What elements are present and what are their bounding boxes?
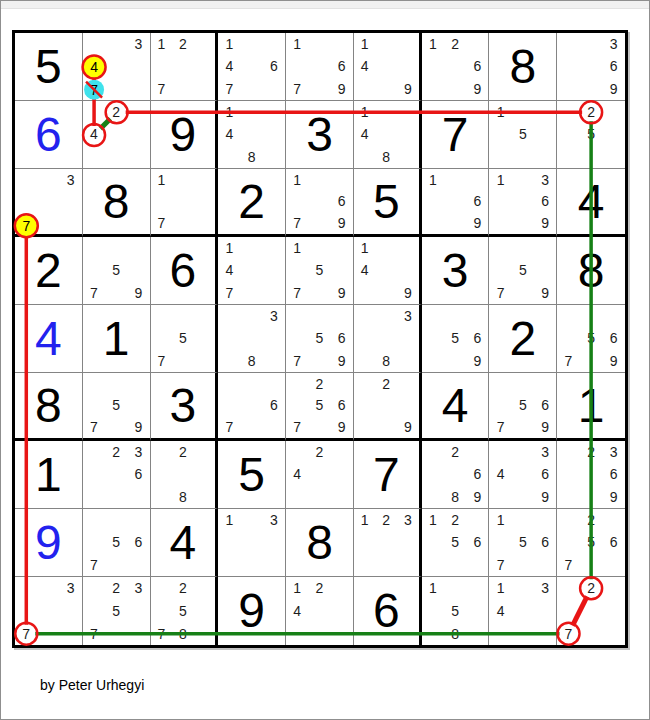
cell-r8c8[interactable]: 1567 [489,509,557,577]
candidate-empty [194,350,216,372]
candidate-empty [241,509,263,531]
cell-r2c6[interactable]: 148 [354,101,422,169]
candidate-grid: 24 [286,441,353,508]
candidate-empty [83,101,105,123]
cell-r3c4[interactable]: 2 [218,169,286,237]
candidate-grid: 37 [15,577,82,645]
cell-r9c7[interactable]: 158 [422,577,490,645]
candidate-empty [602,305,625,327]
candidate-empty [263,350,285,372]
cell-r6c2[interactable]: 579 [83,373,151,441]
candidate-empty [105,237,127,259]
candidate-empty [354,78,376,100]
cell-r6c4[interactable]: 67 [218,373,286,441]
candidate-4: 4 [354,259,376,281]
candidate-empty [422,350,444,372]
cell-r8c7[interactable]: 1256 [422,509,490,577]
candidate-empty [331,33,353,55]
candidate-empty [466,577,488,600]
given-digit: 7 [373,451,400,499]
candidate-empty [489,395,511,417]
cell-r8c9[interactable]: 2567 [557,509,625,577]
candidate-5: 5 [105,395,127,417]
candidate-3: 3 [534,577,556,600]
cell-r8c5[interactable]: 8 [286,509,354,577]
candidate-empty [263,327,285,349]
candidate-empty [194,486,216,508]
candidate-6: 6 [466,463,488,485]
candidate-1: 1 [218,33,240,55]
candidate-7: 7 [489,282,511,304]
candidate-empty [466,622,488,645]
candidate-empty [263,146,285,168]
candidate-1: 1 [489,169,511,191]
cell-r6c3[interactable]: 3 [151,373,219,441]
candidate-7: 7 [15,212,37,234]
candidate-empty [331,373,353,395]
candidate-empty [580,622,603,645]
candidate-empty [105,146,127,168]
given-digit: 7 [442,111,469,159]
candidate-grid: 24 [83,101,150,168]
cell-r8c1[interactable]: 9 [15,509,83,577]
cell-r2c9[interactable]: 25 [557,101,625,169]
candidate-9: 9 [534,416,556,438]
cell-r5c9[interactable]: 5679 [557,305,625,373]
candidate-empty [263,554,285,576]
cell-r9c9[interactable]: 27 [557,577,625,645]
candidate-empty [512,486,534,508]
candidate-grid: 17 [151,169,216,234]
candidate-5: 5 [512,531,534,553]
candidate-empty [105,509,127,531]
candidate-grid: 579 [83,237,150,304]
candidate-empty [557,509,580,531]
cell-r4c5[interactable]: 1579 [286,237,354,305]
candidate-2: 2 [580,441,603,463]
candidate-empty [512,622,534,645]
candidate-empty [263,373,285,395]
candidate-empty [375,531,397,553]
candidate-empty [308,191,330,213]
candidate-empty [263,78,285,100]
candidate-empty [105,416,127,438]
candidate-9: 9 [602,78,625,100]
cell-r6c5[interactable]: 25679 [286,373,354,441]
cell-r4c1[interactable]: 2 [15,237,83,305]
candidate-grid: 124 [286,577,353,645]
cell-r8c3[interactable]: 4 [151,509,219,577]
cell-r8c6[interactable]: 123 [354,509,422,577]
candidate-empty [308,33,330,55]
candidate-empty [172,212,194,234]
solved-digit: 9 [35,519,62,567]
candidate-6: 6 [127,531,149,553]
cell-r2c4[interactable]: 148 [218,101,286,169]
candidate-7: 7 [286,282,308,304]
candidate-7: 7 [218,78,240,100]
candidate-empty [489,441,511,463]
candidate-grid: 38 [218,305,285,372]
candidate-empty [534,101,556,123]
candidate-empty [512,282,534,304]
candidate-4: 4 [489,600,511,623]
cell-r4c8[interactable]: 579 [489,237,557,305]
candidate-3: 3 [397,305,419,327]
candidate-grid: 1567 [489,509,556,576]
given-digit: 5 [238,451,265,499]
candidate-5: 5 [444,531,466,553]
candidate-empty [127,259,149,281]
candidate-empty [331,237,353,259]
candidate-empty [444,305,466,327]
cell-r5c4[interactable]: 38 [218,305,286,373]
cell-r6c1[interactable]: 8 [15,373,83,441]
candidate-empty [172,55,194,77]
cell-r7c7[interactable]: 2689 [422,441,490,509]
candidate-empty [422,486,444,508]
cell-r1c2[interactable]: 347 [83,33,151,101]
candidate-empty [151,577,173,600]
cell-r3c9[interactable]: 4 [557,169,625,237]
candidate-empty [286,55,308,77]
candidate-empty [602,554,625,576]
cell-r3c1[interactable]: 37 [15,169,83,237]
candidate-6: 6 [534,463,556,485]
candidate-empty [602,146,625,168]
candidate-empty [375,55,397,77]
candidate-empty [512,577,534,600]
candidate-8: 8 [375,146,397,168]
candidate-empty [263,282,285,304]
candidate-empty [105,123,127,145]
cell-r7c9[interactable]: 2369 [557,441,625,509]
candidate-empty [534,622,556,645]
candidate-grid: 148 [218,101,285,168]
candidate-grid: 5679 [557,305,625,372]
candidate-grid: 148 [354,101,419,168]
candidate-empty [354,327,376,349]
candidate-empty [557,123,580,145]
cell-r1c8[interactable]: 8 [489,33,557,101]
candidate-grid: 1679 [286,169,353,234]
candidate-6: 6 [602,55,625,77]
cell-r2c7[interactable]: 7 [422,101,490,169]
candidate-empty [397,554,419,576]
candidate-3: 3 [60,577,82,600]
candidate-3: 3 [602,441,625,463]
candidate-empty [127,554,149,576]
candidate-5: 5 [105,259,127,281]
candidate-empty [375,78,397,100]
candidate-grid: 2578 [151,577,216,645]
cell-r6c7[interactable]: 4 [422,373,490,441]
candidate-empty [37,600,59,623]
candidate-empty [218,146,240,168]
given-digit: 8 [578,247,605,295]
candidate-6: 6 [602,531,625,553]
candidate-empty [15,169,37,191]
candidate-empty [263,259,285,281]
given-digit: 9 [170,111,197,159]
candidate-empty [83,33,105,55]
cell-r7c6[interactable]: 7 [354,441,422,509]
cell-r3c8[interactable]: 1369 [489,169,557,237]
candidate-5: 5 [308,259,330,281]
candidate-empty [534,146,556,168]
candidate-3: 3 [397,509,419,531]
candidate-empty [422,305,444,327]
candidate-empty [397,123,419,145]
cell-r5c5[interactable]: 5679 [286,305,354,373]
cell-r9c3[interactable]: 2578 [151,577,219,645]
candidate-grid: 2369 [557,441,625,508]
candidate-2: 2 [580,577,603,600]
cell-r1c1[interactable]: 5 [15,33,83,101]
candidate-6: 6 [331,395,353,417]
candidate-empty [354,373,376,395]
cell-r4c2[interactable]: 579 [83,237,151,305]
candidate-empty [534,259,556,281]
candidate-empty [241,282,263,304]
candidate-empty [580,486,603,508]
candidate-8: 8 [444,622,466,645]
candidate-4: 4 [354,123,376,145]
candidate-empty [151,441,173,463]
candidate-1: 1 [354,509,376,531]
candidate-3: 3 [127,441,149,463]
candidate-empty [127,600,149,623]
candidate-empty [557,577,580,600]
cell-r8c2[interactable]: 567 [83,509,151,577]
candidate-2: 2 [105,441,127,463]
candidate-7: 7 [489,554,511,576]
candidate-grid: 1269 [422,33,489,100]
candidate-9: 9 [331,416,353,438]
candidate-empty [127,101,149,123]
candidate-empty [489,259,511,281]
cell-r4c3[interactable]: 6 [151,237,219,305]
candidate-empty [375,395,397,417]
candidate-2: 2 [105,577,127,600]
cell-r7c3[interactable]: 28 [151,441,219,509]
candidate-7: 7 [286,78,308,100]
cell-r4c6[interactable]: 149 [354,237,422,305]
candidate-5: 5 [512,123,534,145]
candidate-empty [466,169,488,191]
candidate-grid: 3469 [489,441,556,508]
candidate-empty [580,146,603,168]
candidate-7: 7 [557,622,580,645]
candidate-empty [331,622,353,645]
cell-r4c7[interactable]: 3 [422,237,490,305]
candidate-2: 2 [444,509,466,531]
candidate-empty [512,600,534,623]
candidate-grid: 37 [15,169,82,234]
cell-r5c1[interactable]: 4 [15,305,83,373]
candidate-empty [397,373,419,395]
candidate-empty [466,509,488,531]
candidate-empty [83,441,105,463]
candidate-empty [354,395,376,417]
given-digit: 6 [170,247,197,295]
candidate-5: 5 [580,123,603,145]
cell-r5c8[interactable]: 2 [489,305,557,373]
cell-r6c9[interactable]: 1 [557,373,625,441]
candidate-empty [580,463,603,485]
given-digit: 1 [35,451,62,499]
candidate-grid: 123 [354,509,419,576]
cell-r9c2[interactable]: 2357 [83,577,151,645]
candidate-empty [194,622,216,645]
candidate-empty [422,78,444,100]
candidate-5: 5 [308,327,330,349]
cell-r7c8[interactable]: 3469 [489,441,557,509]
candidate-5: 5 [444,600,466,623]
candidate-grid: 569 [422,305,489,372]
candidate-6: 6 [466,327,488,349]
cell-r9c1[interactable]: 37 [15,577,83,645]
candidate-7: 7 [557,554,580,576]
candidate-grid: 25 [557,101,625,168]
cell-r1c9[interactable]: 369 [557,33,625,101]
candidate-empty [422,554,444,576]
solved-digit: 6 [35,111,62,159]
cell-r2c5[interactable]: 3 [286,101,354,169]
candidate-empty [331,600,353,623]
candidate-2: 2 [444,33,466,55]
candidate-empty [37,577,59,600]
candidate-grid: 127 [151,33,216,100]
candidate-empty [194,305,216,327]
candidate-3: 3 [127,33,149,55]
candidate-8: 8 [241,350,263,372]
candidate-empty [194,78,216,100]
cell-r3c7[interactable]: 169 [422,169,490,237]
candidate-6: 6 [466,191,488,213]
cell-r7c5[interactable]: 24 [286,441,354,509]
cell-r3c2[interactable]: 8 [83,169,151,237]
cell-r9c4[interactable]: 9 [218,577,286,645]
cell-r8c4[interactable]: 13 [218,509,286,577]
candidate-1: 1 [354,33,376,55]
cell-r1c4[interactable]: 1467 [218,33,286,101]
candidate-3: 3 [127,577,149,600]
candidate-empty [602,577,625,600]
candidate-7: 7 [83,416,105,438]
candidate-empty [397,350,419,372]
candidate-6: 6 [331,55,353,77]
candidate-grid: 1579 [286,237,353,304]
top-bar [1,1,649,9]
candidate-empty [218,395,240,417]
candidate-empty [489,531,511,553]
cell-r5c7[interactable]: 569 [422,305,490,373]
cell-r3c6[interactable]: 5 [354,169,422,237]
candidate-empty [83,373,105,395]
candidate-3: 3 [602,33,625,55]
candidate-empty [308,305,330,327]
candidate-9: 9 [331,212,353,234]
candidate-6: 6 [534,395,556,417]
cell-r4c9[interactable]: 8 [557,237,625,305]
cell-r2c3[interactable]: 9 [151,101,219,169]
sudoku-grid: 5347127146716791491269836962491483148715… [12,30,628,648]
candidate-5: 5 [308,395,330,417]
cell-r5c3[interactable]: 57 [151,305,219,373]
candidate-empty [489,237,511,259]
candidate-1: 1 [218,509,240,531]
candidate-empty [263,33,285,55]
cell-r2c8[interactable]: 15 [489,101,557,169]
cell-r9c5[interactable]: 124 [286,577,354,645]
candidate-empty [331,486,353,508]
cell-r2c2[interactable]: 24 [83,101,151,169]
candidate-empty [602,600,625,623]
candidate-empty [241,123,263,145]
candidate-7: 7 [151,350,173,372]
cell-r3c3[interactable]: 17 [151,169,219,237]
cell-r2c1[interactable]: 6 [15,101,83,169]
candidate-7: 7 [15,622,37,645]
candidate-7: 7 [557,350,580,372]
cell-r9c8[interactable]: 134 [489,577,557,645]
candidate-empty [218,305,240,327]
cell-r5c6[interactable]: 38 [354,305,422,373]
candidate-empty [83,577,105,600]
candidate-grid: 38 [354,305,419,372]
candidate-empty [444,554,466,576]
candidate-empty [60,191,82,213]
cell-r3c5[interactable]: 1679 [286,169,354,237]
candidate-grid: 13 [218,509,285,576]
candidate-empty [83,531,105,553]
cell-r4c4[interactable]: 147 [218,237,286,305]
candidate-2: 2 [580,509,603,531]
candidate-empty [60,212,82,234]
candidate-4: 4 [489,463,511,485]
candidate-empty [151,191,173,213]
cell-r1c3[interactable]: 127 [151,33,219,101]
candidate-empty [194,327,216,349]
candidate-empty [534,600,556,623]
candidate-2: 2 [375,509,397,531]
candidate-empty [580,55,603,77]
cell-r1c5[interactable]: 1679 [286,33,354,101]
cell-r6c8[interactable]: 5679 [489,373,557,441]
cell-r1c7[interactable]: 1269 [422,33,490,101]
candidate-empty [557,33,580,55]
candidate-empty [263,101,285,123]
cell-r7c1[interactable]: 1 [15,441,83,509]
candidate-9: 9 [466,486,488,508]
candidate-grid: 149 [354,33,419,100]
cell-r7c4[interactable]: 5 [218,441,286,509]
candidate-empty [489,123,511,145]
candidate-7: 7 [286,350,308,372]
candidate-9: 9 [466,212,488,234]
cell-r5c2[interactable]: 1 [83,305,151,373]
candidate-empty [422,463,444,485]
candidate-empty [397,395,419,417]
candidate-empty [241,237,263,259]
cell-r6c6[interactable]: 29 [354,373,422,441]
cell-r9c6[interactable]: 6 [354,577,422,645]
given-digit: 9 [238,587,265,635]
cell-r7c2[interactable]: 236 [83,441,151,509]
cell-r1c6[interactable]: 149 [354,33,422,101]
candidate-empty [354,531,376,553]
